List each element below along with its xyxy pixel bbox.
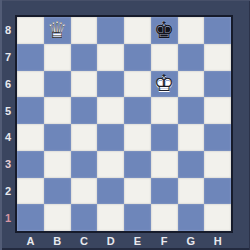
square-f2[interactable]	[151, 178, 178, 205]
square-b3[interactable]	[44, 151, 71, 178]
square-a6[interactable]	[17, 71, 44, 98]
file-label-h: H	[204, 233, 231, 249]
rank-label-4: 4	[0, 124, 16, 151]
white-king-icon: ♔	[154, 72, 175, 95]
white-queen-b8[interactable]: ♛♕	[44, 17, 71, 44]
square-e5[interactable]	[124, 97, 151, 124]
square-g1[interactable]	[178, 204, 205, 231]
rank-label-5: 5	[0, 97, 16, 124]
rank-label-8: 8	[0, 17, 16, 44]
chess-diagram: ♛♕♚♚♔ 87654321 ABCDEFGH	[0, 0, 250, 250]
square-f7[interactable]	[151, 44, 178, 71]
rank-label-7: 7	[0, 44, 16, 71]
square-g4[interactable]	[178, 124, 205, 151]
square-d5[interactable]	[97, 97, 124, 124]
square-a1[interactable]	[17, 204, 44, 231]
square-g7[interactable]	[178, 44, 205, 71]
square-f3[interactable]	[151, 151, 178, 178]
square-g8[interactable]	[178, 17, 205, 44]
rank-label-2: 2	[0, 178, 16, 205]
square-c3[interactable]	[71, 151, 98, 178]
square-c6[interactable]	[71, 71, 98, 98]
square-h3[interactable]	[204, 151, 231, 178]
square-b4[interactable]	[44, 124, 71, 151]
file-label-c: C	[71, 233, 98, 249]
square-e3[interactable]	[124, 151, 151, 178]
file-label-a: A	[17, 233, 44, 249]
square-b6[interactable]	[44, 71, 71, 98]
square-g2[interactable]	[178, 178, 205, 205]
square-h6[interactable]	[204, 71, 231, 98]
white-queen-icon: ♕	[47, 19, 68, 42]
square-h4[interactable]	[204, 124, 231, 151]
square-c1[interactable]	[71, 204, 98, 231]
square-a7[interactable]	[17, 44, 44, 71]
black-king-f8[interactable]: ♚	[151, 17, 178, 44]
square-a5[interactable]	[17, 97, 44, 124]
square-f4[interactable]	[151, 124, 178, 151]
square-e7[interactable]	[124, 44, 151, 71]
square-e4[interactable]	[124, 124, 151, 151]
file-label-g: G	[178, 233, 205, 249]
square-d3[interactable]	[97, 151, 124, 178]
rank-label-6: 6	[0, 71, 16, 98]
square-f8[interactable]: ♚	[151, 17, 178, 44]
file-label-b: B	[44, 233, 71, 249]
square-c5[interactable]	[71, 97, 98, 124]
square-a3[interactable]	[17, 151, 44, 178]
square-c2[interactable]	[71, 178, 98, 205]
square-d6[interactable]	[97, 71, 124, 98]
square-a4[interactable]	[17, 124, 44, 151]
square-g6[interactable]	[178, 71, 205, 98]
black-king-icon: ♚	[154, 19, 175, 42]
square-g3[interactable]	[178, 151, 205, 178]
square-e2[interactable]	[124, 178, 151, 205]
square-c8[interactable]	[71, 17, 98, 44]
white-king-f6[interactable]: ♚♔	[151, 71, 178, 98]
square-h1[interactable]	[204, 204, 231, 231]
square-b5[interactable]	[44, 97, 71, 124]
square-e6[interactable]	[124, 71, 151, 98]
square-d7[interactable]	[97, 44, 124, 71]
square-f6[interactable]: ♚♔	[151, 71, 178, 98]
square-c7[interactable]	[71, 44, 98, 71]
square-f5[interactable]	[151, 97, 178, 124]
square-b2[interactable]	[44, 178, 71, 205]
square-f1[interactable]	[151, 204, 178, 231]
square-h7[interactable]	[204, 44, 231, 71]
square-b8[interactable]: ♛♕	[44, 17, 71, 44]
square-b1[interactable]	[44, 204, 71, 231]
square-d2[interactable]	[97, 178, 124, 205]
square-d4[interactable]	[97, 124, 124, 151]
square-d1[interactable]	[97, 204, 124, 231]
square-e1[interactable]	[124, 204, 151, 231]
square-h8[interactable]	[204, 17, 231, 44]
square-c4[interactable]	[71, 124, 98, 151]
rank-label-3: 3	[0, 151, 16, 178]
square-h2[interactable]	[204, 178, 231, 205]
square-a2[interactable]	[17, 178, 44, 205]
square-h5[interactable]	[204, 97, 231, 124]
square-d8[interactable]	[97, 17, 124, 44]
square-e8[interactable]	[124, 17, 151, 44]
file-label-f: F	[151, 233, 178, 249]
file-label-d: D	[97, 233, 124, 249]
square-a8[interactable]	[17, 17, 44, 44]
chess-board: ♛♕♚♚♔	[15, 15, 233, 233]
square-b7[interactable]	[44, 44, 71, 71]
rank-label-1: 1	[0, 204, 16, 231]
square-g5[interactable]	[178, 97, 205, 124]
file-label-e: E	[124, 233, 151, 249]
